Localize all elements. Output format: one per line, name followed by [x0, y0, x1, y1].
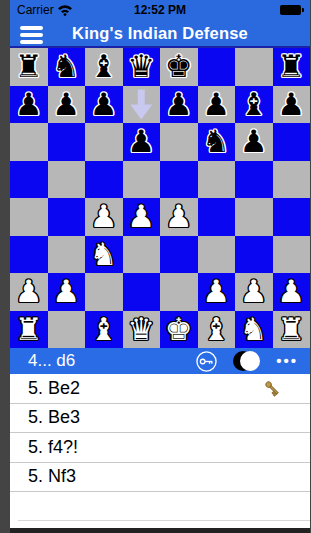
square-h6[interactable] — [273, 123, 311, 161]
key-circle-icon[interactable] — [196, 351, 217, 372]
square-h8[interactable]: ♜ — [273, 48, 311, 86]
square-c8[interactable]: ♝ — [85, 48, 123, 86]
square-f5[interactable] — [198, 161, 236, 199]
black-pawn: ♟ — [240, 123, 268, 161]
black-rook: ♜ — [15, 48, 43, 86]
square-b8[interactable]: ♞ — [48, 48, 86, 86]
square-h4[interactable] — [273, 198, 311, 236]
square-c6[interactable] — [85, 123, 123, 161]
black-pawn: ♟ — [202, 86, 230, 124]
square-e1[interactable]: ♚ — [160, 311, 198, 349]
black-bishop: ♝ — [240, 86, 268, 124]
square-e4[interactable]: ♟ — [160, 198, 198, 236]
square-b5[interactable] — [48, 161, 86, 199]
square-g6[interactable]: ♟ — [235, 123, 273, 161]
white-pawn: ♟ — [277, 273, 305, 311]
chess-board: ♜♞♝♛♚♜♟♟♟♟♟♝♟♟♞♟♟♟♟♞♟♟♟♟♟♜♝♛♚♝♞♜ — [10, 48, 310, 348]
black-pawn: ♟ — [90, 86, 118, 124]
white-pawn: ♟ — [127, 198, 155, 236]
move-bar: 4... d6 ••• — [10, 348, 310, 374]
black-pawn: ♟ — [52, 86, 80, 124]
square-b3[interactable] — [48, 236, 86, 274]
nav-bar: King's Indian Defense — [10, 20, 310, 48]
square-g1[interactable]: ♞ — [235, 311, 273, 349]
black-king: ♚ — [165, 48, 193, 86]
square-a3[interactable] — [10, 236, 48, 274]
square-d2[interactable] — [123, 273, 161, 311]
white-knight: ♞ — [240, 311, 268, 349]
key-icon — [263, 379, 282, 398]
white-pawn: ♟ — [52, 273, 80, 311]
footer-separator — [18, 520, 310, 521]
square-d8[interactable]: ♛ — [123, 48, 161, 86]
white-king: ♚ — [165, 311, 193, 349]
square-d6[interactable]: ♟ — [123, 123, 161, 161]
black-bishop: ♝ — [90, 48, 118, 86]
move-label: 5. Nf3 — [10, 466, 76, 487]
black-pawn: ♟ — [165, 86, 193, 124]
white-pawn: ♟ — [165, 198, 193, 236]
square-d7[interactable] — [123, 86, 161, 124]
square-c1[interactable]: ♝ — [85, 311, 123, 349]
black-knight: ♞ — [202, 123, 230, 161]
white-queen: ♛ — [127, 311, 155, 349]
square-a2[interactable]: ♟ — [10, 273, 48, 311]
square-g7[interactable]: ♝ — [235, 86, 273, 124]
square-g5[interactable] — [235, 161, 273, 199]
square-e2[interactable] — [160, 273, 198, 311]
white-bishop: ♝ — [90, 311, 118, 349]
square-f4[interactable] — [198, 198, 236, 236]
square-d4[interactable]: ♟ — [123, 198, 161, 236]
move-label: 5. f4?! — [10, 437, 78, 458]
square-f7[interactable]: ♟ — [198, 86, 236, 124]
hamburger-menu-icon[interactable] — [20, 23, 43, 47]
move-list-row-5be2[interactable]: 5. Be2 — [10, 374, 310, 404]
square-f6[interactable]: ♞ — [198, 123, 236, 161]
color-toggle-icon[interactable] — [233, 351, 260, 371]
move-list-row-5be3[interactable]: 5. Be3 — [10, 404, 310, 434]
white-pawn: ♟ — [240, 273, 268, 311]
black-rook: ♜ — [277, 48, 305, 86]
black-pawn: ♟ — [127, 123, 155, 161]
white-bishop: ♝ — [202, 311, 230, 349]
square-b1[interactable] — [48, 311, 86, 349]
square-f2[interactable]: ♟ — [198, 273, 236, 311]
square-b7[interactable]: ♟ — [48, 86, 86, 124]
black-pawn: ♟ — [277, 86, 305, 124]
move-label: 5. Be3 — [10, 407, 80, 428]
square-a6[interactable] — [10, 123, 48, 161]
square-e6[interactable] — [160, 123, 198, 161]
square-h1[interactable]: ♜ — [273, 311, 311, 349]
square-e5[interactable] — [160, 161, 198, 199]
move-label: 5. Be2 — [10, 378, 80, 399]
square-a7[interactable]: ♟ — [10, 86, 48, 124]
square-a4[interactable] — [10, 198, 48, 236]
clock: 12:52 PM — [10, 3, 310, 17]
white-pawn: ♟ — [90, 198, 118, 236]
square-e7[interactable]: ♟ — [160, 86, 198, 124]
status-bar: Carrier 12:52 PM — [10, 0, 310, 20]
app-window: Carrier 12:52 PM King's Indian Defense ♜… — [10, 0, 310, 533]
square-g8[interactable] — [235, 48, 273, 86]
page-title: King's Indian Defense — [10, 24, 310, 43]
square-b2[interactable]: ♟ — [48, 273, 86, 311]
square-b4[interactable] — [48, 198, 86, 236]
white-rook: ♜ — [277, 311, 305, 349]
white-rook: ♜ — [15, 311, 43, 349]
square-f1[interactable]: ♝ — [198, 311, 236, 349]
black-knight: ♞ — [52, 48, 80, 86]
square-c2[interactable] — [85, 273, 123, 311]
square-h5[interactable] — [273, 161, 311, 199]
square-e8[interactable]: ♚ — [160, 48, 198, 86]
square-c3[interactable]: ♞ — [85, 236, 123, 274]
square-c7[interactable]: ♟ — [85, 86, 123, 124]
move-list-row-5f4[interactable]: 5. f4?! — [10, 433, 310, 463]
square-d3[interactable] — [123, 236, 161, 274]
square-c4[interactable]: ♟ — [85, 198, 123, 236]
square-h2[interactable]: ♟ — [273, 273, 311, 311]
square-f3[interactable] — [198, 236, 236, 274]
move-list-row-5nf3[interactable]: 5. Nf3 — [10, 463, 310, 493]
square-a1[interactable]: ♜ — [10, 311, 48, 349]
square-a5[interactable] — [10, 161, 48, 199]
square-d1[interactable]: ♛ — [123, 311, 161, 349]
current-move-label: 4... d6 — [10, 351, 75, 371]
black-queen: ♛ — [127, 48, 155, 86]
square-g4[interactable] — [235, 198, 273, 236]
square-g2[interactable]: ♟ — [235, 273, 273, 311]
square-e3[interactable] — [160, 236, 198, 274]
white-pawn: ♟ — [15, 273, 43, 311]
square-h3[interactable] — [273, 236, 311, 274]
square-d5[interactable] — [123, 161, 161, 199]
move-list: 5. Be25. Be35. f4?!5. Nf3 — [10, 374, 310, 492]
square-g3[interactable] — [235, 236, 273, 274]
white-knight: ♞ — [90, 236, 118, 274]
square-c5[interactable] — [85, 161, 123, 199]
white-pawn: ♟ — [202, 273, 230, 311]
ellipsis-menu-icon[interactable]: ••• — [276, 351, 298, 371]
square-b6[interactable] — [48, 123, 86, 161]
bottom-toolbar-edge — [10, 528, 310, 533]
black-pawn: ♟ — [15, 86, 43, 124]
square-a8[interactable]: ♜ — [10, 48, 48, 86]
square-f8[interactable] — [198, 48, 236, 86]
square-h7[interactable]: ♟ — [273, 86, 311, 124]
